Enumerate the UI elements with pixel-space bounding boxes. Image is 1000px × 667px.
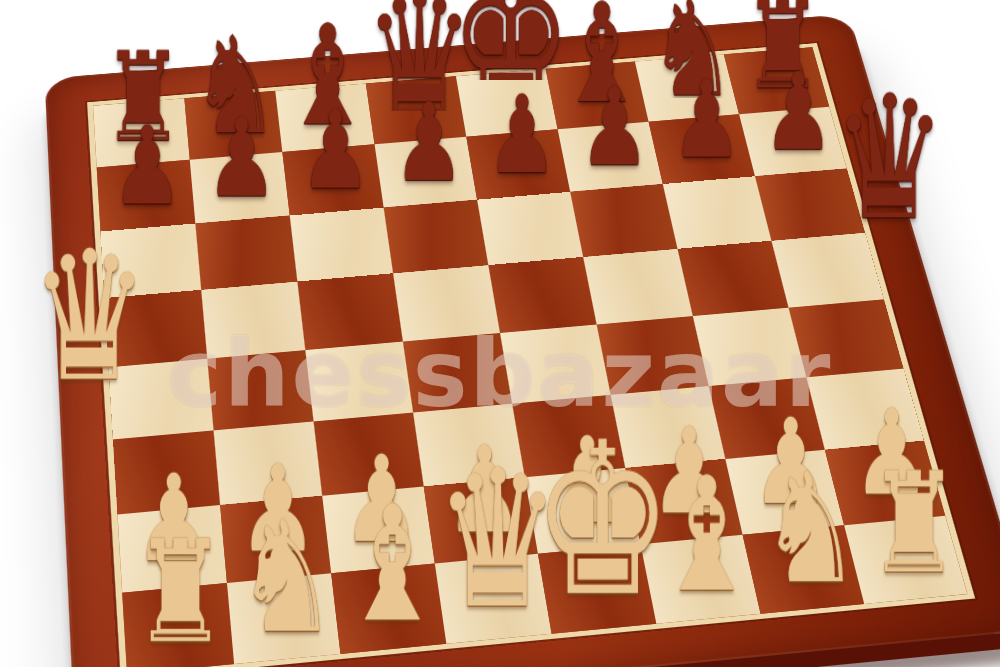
- square-c4: [305, 342, 413, 422]
- piece-red-bishop: ♝: [282, 10, 374, 142]
- square-g5: [678, 241, 789, 316]
- square-h7: ♟: [739, 107, 847, 177]
- square-g1: ♞: [743, 525, 865, 614]
- square-c5: [297, 273, 403, 350]
- piece-red-pawn: ♟: [393, 92, 465, 194]
- piece-red-knight: ♞: [191, 22, 280, 149]
- square-f4: [597, 316, 709, 395]
- piece-red-rook: ♜: [742, 0, 822, 104]
- square-b4: [207, 350, 313, 430]
- piece-red-rook: ♜: [102, 41, 184, 158]
- board-inlay-border: ♜♞♝♛♚♝♞♜♟♟♟♟♟♟♟♟♟♟♟♟♟♟♟♟♜♞♝♛♚♝♞♜: [87, 43, 975, 667]
- piece-white-rook: ♜: [133, 527, 227, 661]
- square-e5: [488, 257, 596, 333]
- piece-white-knight: ♞: [760, 456, 861, 601]
- square-e8: ♚: [456, 69, 558, 137]
- square-h4: [789, 299, 904, 377]
- square-f7: ♟: [558, 122, 663, 192]
- square-b8: ♞: [184, 91, 282, 160]
- square-h1: ♜: [844, 516, 967, 604]
- piece-red-queen: ♛: [365, 0, 475, 134]
- square-g4: [693, 308, 807, 386]
- square-c6: [290, 208, 393, 282]
- square-f6: [570, 184, 677, 257]
- piece-white-queen: ♛: [435, 450, 561, 631]
- piece-red-pawn: ♟: [206, 107, 278, 210]
- piece-red-knight: ♞: [648, 0, 736, 112]
- piece-white-bishop: ♝: [340, 489, 446, 640]
- square-e7: ♟: [466, 129, 570, 200]
- piece-red-bishop: ♝: [556, 0, 647, 119]
- square-b1: ♞: [227, 573, 341, 664]
- piece-red-pawn: ♟: [486, 84, 557, 186]
- square-d7: ♟: [375, 137, 478, 208]
- square-f8: ♝: [546, 62, 649, 130]
- square-h6: [755, 168, 865, 240]
- square-e6: [477, 192, 583, 265]
- square-d5: [393, 265, 500, 341]
- square-d8: ♛: [366, 76, 467, 144]
- square-g8: ♞: [635, 54, 739, 121]
- square-c8: ♝: [275, 83, 374, 152]
- chess-board: ♜♞♝♛♚♝♞♜♟♟♟♟♟♟♟♟♟♟♟♟♟♟♟♟♜♞♝♛♚♝♞♜ ♛ ♛: [45, 14, 1000, 667]
- square-b6: [195, 216, 297, 290]
- square-c7: ♟: [282, 144, 383, 215]
- photo-scene: ♜♞♝♛♚♝♞♜♟♟♟♟♟♟♟♟♟♟♟♟♟♟♟♟♜♞♝♛♚♝♞♜ ♛ ♛: [0, 0, 1000, 667]
- piece-red-pawn: ♟: [671, 69, 742, 171]
- square-d6: [384, 200, 489, 274]
- square-h8: ♜: [724, 47, 829, 114]
- square-e4: [500, 325, 611, 404]
- square-g7: ♟: [649, 114, 755, 184]
- chess-board-grid: ♜♞♝♛♚♝♞♜♟♟♟♟♟♟♟♟♟♟♟♟♟♟♟♟♜♞♝♛♚♝♞♜: [93, 47, 967, 667]
- square-f5: [583, 249, 693, 325]
- square-h5: [771, 233, 883, 308]
- square-c1: ♝: [331, 563, 446, 653]
- square-b5: [201, 282, 305, 359]
- piece-red-pawn: ♟: [763, 61, 834, 162]
- red-queen-piece: ♛: [833, 77, 946, 239]
- square-a1: ♜: [122, 583, 234, 667]
- piece-red-pawn: ♟: [579, 76, 650, 178]
- square-d1: ♛: [435, 554, 552, 644]
- piece-white-knight: ♞: [235, 504, 337, 651]
- white-queen-piece: ♛: [30, 232, 149, 402]
- square-a8: ♜: [93, 98, 190, 167]
- piece-white-rook: ♜: [868, 459, 960, 591]
- piece-red-pawn: ♟: [300, 99, 372, 202]
- piece-red-king: ♚: [450, 0, 572, 127]
- square-d4: [403, 333, 512, 413]
- piece-red-pawn: ♟: [111, 115, 183, 218]
- square-g6: [663, 176, 772, 249]
- square-b7: ♟: [190, 152, 290, 223]
